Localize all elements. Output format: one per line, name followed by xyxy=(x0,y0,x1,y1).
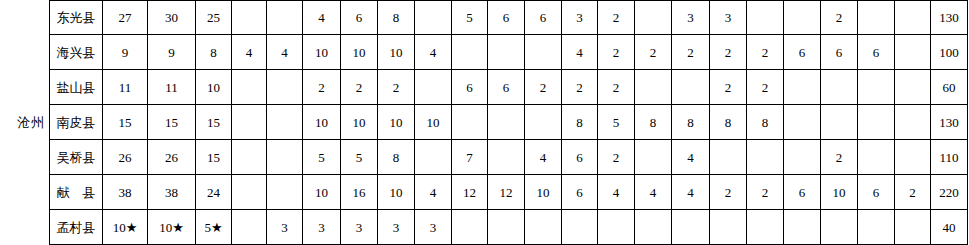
value-cell-r1-c23: 130 xyxy=(931,0,968,35)
value-cell-r5-c4 xyxy=(232,140,267,175)
value-cell-r6-c1: 38 xyxy=(103,175,148,210)
value-cell-r7-c19 xyxy=(784,210,821,245)
value-cell-r3-c20 xyxy=(821,70,858,105)
value-cell-r6-c20: 10 xyxy=(821,175,858,210)
value-cell-r4-c8: 10 xyxy=(378,105,415,140)
value-cell-r3-c2: 11 xyxy=(148,70,196,105)
value-cell-r6-c14: 4 xyxy=(598,175,635,210)
value-cell-r1-c9 xyxy=(415,0,452,35)
value-cell-r7-c1: 10★ xyxy=(103,210,148,245)
value-cell-r7-c5: 3 xyxy=(267,210,303,245)
value-cell-r7-c12 xyxy=(525,210,562,245)
value-cell-r1-c21 xyxy=(858,0,895,35)
value-cell-r6-c8: 10 xyxy=(378,175,415,210)
value-cell-r4-c2: 15 xyxy=(148,105,196,140)
value-cell-r2-c15: 2 xyxy=(635,35,672,70)
value-cell-r4-c12 xyxy=(525,105,562,140)
value-cell-r3-c5 xyxy=(267,70,303,105)
value-cell-r5-c17 xyxy=(710,140,747,175)
value-cell-r1-c4 xyxy=(232,0,267,35)
value-cell-r5-c6: 5 xyxy=(303,140,341,175)
value-cell-r5-c11 xyxy=(488,140,525,175)
region-cell: 沧州 xyxy=(0,0,50,245)
value-cell-r5-c22 xyxy=(895,140,931,175)
value-cell-r3-c10: 6 xyxy=(452,70,488,105)
value-cell-r2-c14: 2 xyxy=(598,35,635,70)
value-cell-r2-c16: 2 xyxy=(672,35,710,70)
value-cell-r3-c22 xyxy=(895,70,931,105)
value-cell-r5-c14: 2 xyxy=(598,140,635,175)
county-cell: 海兴县 xyxy=(50,35,103,70)
value-cell-r3-c9 xyxy=(415,70,452,105)
value-cell-r5-c21 xyxy=(858,140,895,175)
value-cell-r4-c15: 8 xyxy=(635,105,672,140)
county-cell: 东光县 xyxy=(50,0,103,35)
value-cell-r3-c18: 2 xyxy=(747,70,784,105)
value-cell-r5-c18 xyxy=(747,140,784,175)
value-cell-r6-c17: 2 xyxy=(710,175,747,210)
value-cell-r2-c5: 4 xyxy=(267,35,303,70)
value-cell-r1-c13: 3 xyxy=(562,0,598,35)
value-cell-r2-c23: 100 xyxy=(931,35,968,70)
value-cell-r4-c20 xyxy=(821,105,858,140)
value-cell-r6-c21: 6 xyxy=(858,175,895,210)
value-cell-r7-c9: 3 xyxy=(415,210,452,245)
value-cell-r3-c15 xyxy=(635,70,672,105)
value-cell-r1-c11: 6 xyxy=(488,0,525,35)
value-cell-r1-c3: 25 xyxy=(196,0,232,35)
value-cell-r4-c11 xyxy=(488,105,525,140)
value-cell-r5-c13: 6 xyxy=(562,140,598,175)
value-cell-r7-c4 xyxy=(232,210,267,245)
value-cell-r7-c22 xyxy=(895,210,931,245)
region-label: 沧州 xyxy=(17,114,45,132)
value-cell-r4-c21 xyxy=(858,105,895,140)
value-cell-r7-c15 xyxy=(635,210,672,245)
value-cell-r5-c12: 4 xyxy=(525,140,562,175)
value-cell-r2-c9: 4 xyxy=(415,35,452,70)
value-cell-r6-c9: 4 xyxy=(415,175,452,210)
value-cell-r2-c3: 8 xyxy=(196,35,232,70)
value-cell-r6-c18: 2 xyxy=(747,175,784,210)
value-cell-r1-c8: 8 xyxy=(378,0,415,35)
value-cell-r2-c18: 2 xyxy=(747,35,784,70)
value-cell-r2-c1: 9 xyxy=(103,35,148,70)
value-cell-r1-c14: 2 xyxy=(598,0,635,35)
value-cell-r4-c10 xyxy=(452,105,488,140)
value-cell-r3-c23: 60 xyxy=(931,70,968,105)
value-cell-r3-c8: 2 xyxy=(378,70,415,105)
value-cell-r1-c19 xyxy=(784,0,821,35)
value-cell-r3-c21 xyxy=(858,70,895,105)
value-cell-r5-c9 xyxy=(415,140,452,175)
table-grid: 沧州 东光县27302546856632332130海兴县99844101010… xyxy=(0,0,969,245)
value-cell-r5-c2: 26 xyxy=(148,140,196,175)
value-cell-r7-c21 xyxy=(858,210,895,245)
value-cell-r5-c1: 26 xyxy=(103,140,148,175)
value-cell-r6-c22: 2 xyxy=(895,175,931,210)
value-cell-r1-c12: 6 xyxy=(525,0,562,35)
value-cell-r4-c22 xyxy=(895,105,931,140)
value-cell-r6-c4 xyxy=(232,175,267,210)
value-cell-r4-c7: 10 xyxy=(341,105,378,140)
value-cell-r5-c8: 8 xyxy=(378,140,415,175)
value-cell-r5-c10: 7 xyxy=(452,140,488,175)
value-cell-r5-c19 xyxy=(784,140,821,175)
county-cell: 孟村县 xyxy=(50,210,103,245)
value-cell-r4-c5 xyxy=(267,105,303,140)
value-cell-r7-c18 xyxy=(747,210,784,245)
value-cell-r3-c6: 2 xyxy=(303,70,341,105)
value-cell-r6-c15: 4 xyxy=(635,175,672,210)
value-cell-r2-c13: 4 xyxy=(562,35,598,70)
value-cell-r1-c6: 4 xyxy=(303,0,341,35)
value-cell-r5-c23: 110 xyxy=(931,140,968,175)
value-cell-r7-c7: 3 xyxy=(341,210,378,245)
value-cell-r3-c14: 2 xyxy=(598,70,635,105)
value-cell-r7-c2: 10★ xyxy=(148,210,196,245)
value-cell-r4-c6: 10 xyxy=(303,105,341,140)
value-cell-r5-c7: 5 xyxy=(341,140,378,175)
value-cell-r7-c13 xyxy=(562,210,598,245)
value-cell-r7-c14 xyxy=(598,210,635,245)
value-cell-r4-c4 xyxy=(232,105,267,140)
value-cell-r2-c12 xyxy=(525,35,562,70)
value-cell-r6-c13: 6 xyxy=(562,175,598,210)
value-cell-r3-c12: 2 xyxy=(525,70,562,105)
value-cell-r4-c17: 8 xyxy=(710,105,747,140)
value-cell-r4-c18: 8 xyxy=(747,105,784,140)
value-cell-r4-c23: 130 xyxy=(931,105,968,140)
value-cell-r2-c2: 9 xyxy=(148,35,196,70)
value-cell-r1-c18 xyxy=(747,0,784,35)
value-cell-r1-c22 xyxy=(895,0,931,35)
value-cell-r4-c14: 5 xyxy=(598,105,635,140)
value-cell-r3-c19 xyxy=(784,70,821,105)
value-cell-r3-c16 xyxy=(672,70,710,105)
value-cell-r6-c6: 10 xyxy=(303,175,341,210)
value-cell-r7-c10 xyxy=(452,210,488,245)
value-cell-r4-c9: 10 xyxy=(415,105,452,140)
value-cell-r1-c1: 27 xyxy=(103,0,148,35)
value-cell-r3-c7: 2 xyxy=(341,70,378,105)
value-cell-r5-c20: 2 xyxy=(821,140,858,175)
value-cell-r1-c16: 3 xyxy=(672,0,710,35)
value-cell-r1-c10: 5 xyxy=(452,0,488,35)
value-cell-r2-c21: 6 xyxy=(858,35,895,70)
value-cell-r1-c17: 3 xyxy=(710,0,747,35)
value-cell-r3-c3: 10 xyxy=(196,70,232,105)
value-cell-r1-c15 xyxy=(635,0,672,35)
value-cell-r2-c4: 4 xyxy=(232,35,267,70)
value-cell-r3-c11: 6 xyxy=(488,70,525,105)
value-cell-r2-c19: 6 xyxy=(784,35,821,70)
value-cell-r4-c3: 15 xyxy=(196,105,232,140)
county-cell: 盐山县 xyxy=(50,70,103,105)
value-cell-r7-c3: 5★ xyxy=(196,210,232,245)
value-cell-r7-c16 xyxy=(672,210,710,245)
value-cell-r2-c22 xyxy=(895,35,931,70)
value-cell-r4-c13: 8 xyxy=(562,105,598,140)
value-cell-r2-c8: 10 xyxy=(378,35,415,70)
value-cell-r2-c20: 6 xyxy=(821,35,858,70)
value-cell-r6-c11: 12 xyxy=(488,175,525,210)
county-cell: 南皮县 xyxy=(50,105,103,140)
value-cell-r6-c7: 16 xyxy=(341,175,378,210)
value-cell-r7-c20 xyxy=(821,210,858,245)
value-cell-r1-c2: 30 xyxy=(148,0,196,35)
value-cell-r6-c5 xyxy=(267,175,303,210)
value-cell-r5-c15 xyxy=(635,140,672,175)
value-cell-r6-c2: 38 xyxy=(148,175,196,210)
county-cell: 吴桥县 xyxy=(50,140,103,175)
value-cell-r6-c23: 220 xyxy=(931,175,968,210)
value-cell-r6-c16: 4 xyxy=(672,175,710,210)
value-cell-r7-c8: 3 xyxy=(378,210,415,245)
value-cell-r3-c13: 2 xyxy=(562,70,598,105)
value-cell-r3-c17: 2 xyxy=(710,70,747,105)
value-cell-r5-c5 xyxy=(267,140,303,175)
value-cell-r3-c1: 11 xyxy=(103,70,148,105)
value-cell-r3-c4 xyxy=(232,70,267,105)
value-cell-r2-c10 xyxy=(452,35,488,70)
value-cell-r1-c20: 2 xyxy=(821,0,858,35)
value-cell-r2-c7: 10 xyxy=(341,35,378,70)
value-cell-r6-c3: 24 xyxy=(196,175,232,210)
value-cell-r5-c16: 4 xyxy=(672,140,710,175)
value-cell-r2-c6: 10 xyxy=(303,35,341,70)
value-cell-r7-c23: 40 xyxy=(931,210,968,245)
value-cell-r2-c17: 2 xyxy=(710,35,747,70)
county-cell: 献 县 xyxy=(50,175,103,210)
value-cell-r7-c17 xyxy=(710,210,747,245)
value-cell-r5-c3: 15 xyxy=(196,140,232,175)
value-cell-r4-c1: 15 xyxy=(103,105,148,140)
county-data-table: 沧州 东光县27302546856632332130海兴县99844101010… xyxy=(0,0,969,245)
value-cell-r1-c7: 6 xyxy=(341,0,378,35)
value-cell-r6-c12: 10 xyxy=(525,175,562,210)
value-cell-r6-c19: 6 xyxy=(784,175,821,210)
value-cell-r7-c6: 3 xyxy=(303,210,341,245)
value-cell-r7-c11 xyxy=(488,210,525,245)
value-cell-r2-c11 xyxy=(488,35,525,70)
value-cell-r1-c5 xyxy=(267,0,303,35)
value-cell-r4-c19 xyxy=(784,105,821,140)
value-cell-r6-c10: 12 xyxy=(452,175,488,210)
value-cell-r4-c16: 8 xyxy=(672,105,710,140)
